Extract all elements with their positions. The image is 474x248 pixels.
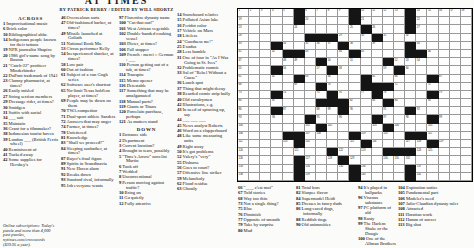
grid-cell[interactable]: 42 (271, 50, 282, 58)
grid-cell[interactable]: 135 (338, 165, 349, 173)
grid-cell[interactable]: 48 (283, 58, 294, 66)
grid-cell[interactable] (260, 58, 271, 66)
grid-cell[interactable]: 59 (383, 66, 394, 74)
grid-cell[interactable] (461, 173, 472, 181)
grid-cell[interactable] (461, 91, 472, 99)
grid-cell[interactable] (450, 107, 461, 115)
grid-cell[interactable] (461, 83, 472, 91)
grid-cell[interactable] (260, 34, 271, 42)
grid-cell[interactable] (427, 173, 438, 181)
grid-cell[interactable] (283, 83, 294, 91)
grid-cell[interactable] (416, 124, 427, 132)
grid-cell[interactable] (294, 124, 305, 132)
grid-cell[interactable]: 46 (427, 50, 438, 58)
grid-cell[interactable] (260, 148, 271, 156)
grid-cell[interactable] (405, 83, 416, 91)
grid-cell[interactable] (450, 25, 461, 33)
grid-cell[interactable] (260, 115, 271, 123)
crossword-grid[interactable]: 1234567891011121314151617181920212223242… (237, 8, 473, 182)
grid-cell[interactable] (260, 75, 271, 83)
grid-cell[interactable] (249, 173, 260, 181)
grid-cell[interactable] (283, 165, 294, 173)
grid-cell[interactable] (439, 66, 450, 74)
grid-cell[interactable] (461, 34, 472, 42)
grid-cell[interactable]: 133 (238, 165, 249, 173)
grid-cell[interactable] (327, 50, 338, 58)
grid-cell[interactable] (439, 132, 450, 140)
grid-cell[interactable] (439, 50, 450, 58)
grid-cell[interactable] (294, 99, 305, 107)
grid-cell[interactable]: 62 (271, 75, 282, 83)
grid-cell[interactable] (439, 165, 450, 173)
grid-cell[interactable] (372, 148, 383, 156)
grid-cell[interactable]: 4 (271, 9, 282, 17)
grid-cell[interactable]: 53 (405, 58, 416, 66)
grid-cell[interactable]: 27 (416, 25, 427, 33)
grid-cell[interactable] (383, 42, 394, 50)
grid-cell[interactable]: 108 (316, 132, 327, 140)
grid-cell[interactable] (405, 91, 416, 99)
grid-cell[interactable] (249, 148, 260, 156)
grid-cell[interactable] (361, 107, 372, 115)
grid-cell[interactable]: 22 (416, 17, 427, 25)
grid-cell[interactable] (327, 132, 338, 140)
grid-cell[interactable] (439, 42, 450, 50)
grid-cell[interactable] (361, 156, 372, 164)
grid-cell[interactable] (294, 107, 305, 115)
grid-cell[interactable] (271, 156, 282, 164)
grid-cell[interactable] (450, 132, 461, 140)
grid-cell[interactable] (461, 115, 472, 123)
grid-cell[interactable] (283, 17, 294, 25)
grid-cell[interactable] (416, 115, 427, 123)
grid-cell[interactable] (427, 107, 438, 115)
grid-cell[interactable] (338, 58, 349, 66)
grid-cell[interactable]: 123 (361, 148, 372, 156)
grid-cell[interactable] (383, 75, 394, 83)
grid-cell[interactable] (439, 17, 450, 25)
grid-cell[interactable] (427, 25, 438, 33)
grid-cell[interactable] (372, 132, 383, 140)
grid-cell[interactable]: 141 (416, 173, 427, 181)
grid-cell[interactable]: 81 (271, 99, 282, 107)
grid-cell[interactable]: 128 (327, 156, 338, 164)
grid-cell[interactable] (249, 42, 260, 50)
grid-cell[interactable] (260, 132, 271, 140)
grid-cell[interactable]: 37 (327, 42, 338, 50)
grid-cell[interactable] (405, 75, 416, 83)
grid-cell[interactable] (305, 107, 316, 115)
grid-cell[interactable]: 92 (416, 107, 427, 115)
grid-cell[interactable]: 32 (405, 34, 416, 42)
grid-cell[interactable] (283, 173, 294, 181)
grid-cell[interactable] (439, 25, 450, 33)
grid-cell[interactable]: 61 (238, 75, 249, 83)
grid-cell[interactable]: 122 (338, 148, 349, 156)
grid-cell[interactable]: 125 (427, 148, 438, 156)
grid-cell[interactable]: 131 (394, 156, 405, 164)
grid-cell[interactable] (461, 156, 472, 164)
grid-cell[interactable]: 17 (450, 9, 461, 17)
grid-cell[interactable] (361, 66, 372, 74)
grid-cell[interactable] (461, 140, 472, 148)
grid-cell[interactable]: 28 (238, 34, 249, 42)
grid-cell[interactable] (271, 148, 282, 156)
grid-cell[interactable] (249, 17, 260, 25)
grid-cell[interactable]: 130 (383, 156, 394, 164)
grid-cell[interactable] (416, 34, 427, 42)
grid-cell[interactable] (416, 99, 427, 107)
grid-cell[interactable] (372, 66, 383, 74)
grid-cell[interactable] (271, 25, 282, 33)
grid-cell[interactable] (439, 99, 450, 107)
grid-cell[interactable]: 15 (427, 9, 438, 17)
grid-cell[interactable]: 39 (372, 42, 383, 50)
grid-cell[interactable] (283, 156, 294, 164)
grid-cell[interactable]: 111 (427, 132, 438, 140)
grid-cell[interactable]: 30 (361, 34, 372, 42)
grid-cell[interactable] (394, 140, 405, 148)
grid-cell[interactable] (349, 124, 360, 132)
grid-cell[interactable]: 51 (349, 58, 360, 66)
grid-cell[interactable] (383, 25, 394, 33)
grid-cell[interactable] (416, 91, 427, 99)
grid-cell[interactable] (316, 173, 327, 181)
grid-cell[interactable] (405, 99, 416, 107)
grid-cell[interactable]: 12 (383, 9, 394, 17)
grid-cell[interactable] (450, 148, 461, 156)
grid-cell[interactable] (327, 140, 338, 148)
grid-cell[interactable] (271, 124, 282, 132)
grid-cell[interactable]: 24 (294, 25, 305, 33)
grid-cell[interactable]: 2 (249, 9, 260, 17)
grid-cell[interactable] (372, 156, 383, 164)
grid-cell[interactable] (394, 115, 405, 123)
grid-cell[interactable] (450, 34, 461, 42)
grid-cell[interactable] (271, 165, 282, 173)
grid-cell[interactable] (427, 156, 438, 164)
grid-cell[interactable]: 11 (372, 9, 383, 17)
grid-cell[interactable]: 84 (394, 99, 405, 107)
grid-cell[interactable]: 139 (305, 173, 316, 181)
grid-cell[interactable] (260, 140, 271, 148)
grid-cell[interactable] (260, 107, 271, 115)
grid-cell[interactable] (283, 124, 294, 132)
grid-cell[interactable] (427, 42, 438, 50)
grid-cell[interactable] (249, 91, 260, 99)
grid-cell[interactable]: 79 (439, 91, 450, 99)
grid-cell[interactable]: 63 (305, 75, 316, 83)
grid-cell[interactable]: 54 (416, 58, 427, 66)
grid-cell[interactable] (349, 83, 360, 91)
grid-cell[interactable] (349, 75, 360, 83)
grid-cell[interactable] (294, 66, 305, 74)
grid-cell[interactable] (338, 132, 349, 140)
grid-cell[interactable]: 31 (383, 34, 394, 42)
grid-cell[interactable]: 34 (283, 42, 294, 50)
grid-cell[interactable] (249, 50, 260, 58)
grid-cell[interactable] (439, 156, 450, 164)
grid-cell[interactable]: 70 (327, 83, 338, 91)
grid-cell[interactable]: 64 (327, 75, 338, 83)
grid-cell[interactable] (271, 34, 282, 42)
grid-cell[interactable] (249, 75, 260, 83)
grid-cell[interactable]: 55 (238, 66, 249, 74)
grid-cell[interactable] (316, 156, 327, 164)
grid-cell[interactable] (450, 91, 461, 99)
grid-cell[interactable] (249, 34, 260, 42)
grid-cell[interactable] (294, 42, 305, 50)
grid-cell[interactable]: 3 (260, 9, 271, 17)
grid-cell[interactable] (383, 165, 394, 173)
grid-cell[interactable] (450, 83, 461, 91)
grid-cell[interactable]: 52 (394, 58, 405, 66)
grid-cell[interactable]: 136 (361, 165, 372, 173)
grid-cell[interactable]: 98 (405, 115, 416, 123)
grid-cell[interactable] (361, 124, 372, 132)
grid-cell[interactable] (283, 75, 294, 83)
grid-cell[interactable]: 38 (349, 42, 360, 50)
grid-cell[interactable] (260, 50, 271, 58)
grid-cell[interactable]: 116 (372, 140, 383, 148)
grid-cell[interactable] (450, 66, 461, 74)
grid-cell[interactable] (361, 99, 372, 107)
grid-cell[interactable] (372, 165, 383, 173)
grid-cell[interactable] (394, 34, 405, 42)
grid-cell[interactable]: 117 (405, 140, 416, 148)
grid-cell[interactable] (439, 107, 450, 115)
grid-cell[interactable]: 78 (383, 91, 394, 99)
grid-cell[interactable] (283, 115, 294, 123)
grid-cell[interactable]: 21 (361, 17, 372, 25)
grid-cell[interactable] (427, 58, 438, 66)
grid-cell[interactable]: 106 (238, 132, 249, 140)
grid-cell[interactable] (249, 165, 260, 173)
grid-cell[interactable] (394, 107, 405, 115)
grid-cell[interactable] (394, 165, 405, 173)
grid-cell[interactable] (260, 165, 271, 173)
grid-cell[interactable] (249, 83, 260, 91)
grid-cell[interactable] (361, 42, 372, 50)
grid-cell[interactable]: 121 (294, 148, 305, 156)
grid-cell[interactable] (461, 107, 472, 115)
grid-cell[interactable] (416, 83, 427, 91)
grid-cell[interactable] (316, 75, 327, 83)
grid-cell[interactable]: 88 (316, 107, 327, 115)
grid-cell[interactable]: 90 (349, 107, 360, 115)
grid-cell[interactable] (305, 83, 316, 91)
grid-cell[interactable] (305, 148, 316, 156)
grid-cell[interactable] (316, 50, 327, 58)
grid-cell[interactable] (260, 156, 271, 164)
grid-cell[interactable] (405, 124, 416, 132)
grid-cell[interactable] (316, 140, 327, 148)
grid-cell[interactable] (338, 83, 349, 91)
grid-cell[interactable]: 94 (271, 115, 282, 123)
grid-cell[interactable] (394, 42, 405, 50)
grid-cell[interactable]: 18 (461, 9, 472, 17)
grid-cell[interactable] (394, 50, 405, 58)
grid-cell[interactable]: 127 (305, 156, 316, 164)
grid-cell[interactable] (338, 75, 349, 83)
grid-cell[interactable] (427, 165, 438, 173)
grid-cell[interactable]: 72 (427, 83, 438, 91)
grid-cell[interactable] (450, 165, 461, 173)
grid-cell[interactable]: 113 (283, 140, 294, 148)
grid-cell[interactable]: 99 (439, 115, 450, 123)
grid-cell[interactable] (461, 165, 472, 173)
grid-cell[interactable] (349, 91, 360, 99)
grid-cell[interactable]: 95 (316, 115, 327, 123)
grid-cell[interactable] (461, 58, 472, 66)
grid-cell[interactable]: 50 (327, 58, 338, 66)
grid-cell[interactable] (271, 132, 282, 140)
grid-cell[interactable] (450, 75, 461, 83)
grid-cell[interactable]: 1 (238, 9, 249, 17)
grid-cell[interactable] (294, 91, 305, 99)
grid-cell[interactable]: 56 (283, 66, 294, 74)
grid-cell[interactable] (394, 17, 405, 25)
grid-cell[interactable] (249, 124, 260, 132)
grid-cell[interactable]: 114 (305, 140, 316, 148)
grid-cell[interactable]: 91 (383, 107, 394, 115)
grid-cell[interactable]: 105 (427, 124, 438, 132)
grid-cell[interactable] (249, 58, 260, 66)
grid-cell[interactable]: 65 (372, 75, 383, 83)
grid-cell[interactable] (450, 99, 461, 107)
grid-cell[interactable] (450, 115, 461, 123)
grid-cell[interactable] (249, 107, 260, 115)
grid-cell[interactable]: 107 (305, 132, 316, 140)
grid-cell[interactable] (271, 173, 282, 181)
grid-cell[interactable]: 47 (238, 58, 249, 66)
grid-cell[interactable]: 93 (238, 115, 249, 123)
grid-cell[interactable]: 6 (305, 9, 316, 17)
grid-cell[interactable] (461, 124, 472, 132)
grid-cell[interactable] (327, 173, 338, 181)
grid-cell[interactable]: 129 (349, 156, 360, 164)
grid-cell[interactable]: 83 (372, 99, 383, 107)
grid-cell[interactable] (461, 75, 472, 83)
grid-cell[interactable] (249, 132, 260, 140)
grid-cell[interactable]: 112 (238, 140, 249, 148)
grid-cell[interactable]: 45 (361, 50, 372, 58)
grid-cell[interactable] (427, 66, 438, 74)
grid-cell[interactable]: 33 (238, 42, 249, 50)
grid-cell[interactable]: 67 (439, 75, 450, 83)
grid-cell[interactable] (383, 50, 394, 58)
grid-cell[interactable]: 100 (238, 124, 249, 132)
grid-cell[interactable]: 60 (405, 66, 416, 74)
grid-cell[interactable] (461, 42, 472, 50)
grid-cell[interactable]: 41 (238, 50, 249, 58)
grid-cell[interactable]: 138 (238, 173, 249, 181)
grid-cell[interactable]: 87 (283, 107, 294, 115)
grid-cell[interactable] (461, 25, 472, 33)
grid-cell[interactable]: 124 (416, 148, 427, 156)
grid-cell[interactable] (260, 91, 271, 99)
grid-cell[interactable]: 119 (439, 140, 450, 148)
grid-cell[interactable]: 137 (416, 165, 427, 173)
grid-cell[interactable]: 103 (372, 124, 383, 132)
grid-cell[interactable]: 69 (294, 83, 305, 91)
grid-cell[interactable]: 110 (383, 132, 394, 140)
grid-cell[interactable] (383, 173, 394, 181)
grid-cell[interactable]: 102 (327, 124, 338, 132)
grid-cell[interactable] (260, 25, 271, 33)
grid-cell[interactable]: 57 (316, 66, 327, 74)
grid-cell[interactable] (361, 58, 372, 66)
grid-cell[interactable] (305, 66, 316, 74)
grid-cell[interactable]: 75 (316, 91, 327, 99)
grid-cell[interactable]: 25 (349, 25, 360, 33)
grid-cell[interactable] (260, 42, 271, 50)
grid-cell[interactable] (349, 148, 360, 156)
grid-cell[interactable]: 101 (305, 124, 316, 132)
grid-cell[interactable] (271, 17, 282, 25)
grid-cell[interactable] (349, 115, 360, 123)
grid-cell[interactable] (271, 83, 282, 91)
grid-cell[interactable] (372, 58, 383, 66)
grid-cell[interactable] (383, 17, 394, 25)
grid-cell[interactable]: 58 (338, 66, 349, 74)
grid-cell[interactable]: 85 (427, 99, 438, 107)
grid-cell[interactable] (283, 34, 294, 42)
grid-cell[interactable]: 16 (439, 9, 450, 17)
grid-cell[interactable]: 74 (283, 91, 294, 99)
grid-cell[interactable]: 35 (305, 42, 316, 50)
grid-cell[interactable]: 68 (238, 83, 249, 91)
grid-cell[interactable] (305, 25, 316, 33)
grid-cell[interactable]: 19 (238, 17, 249, 25)
grid-cell[interactable] (461, 17, 472, 25)
grid-cell[interactable]: 9 (338, 9, 349, 17)
grid-cell[interactable]: 14 (416, 9, 427, 17)
grid-cell[interactable]: 120 (238, 148, 249, 156)
grid-cell[interactable]: 76 (338, 91, 349, 99)
grid-cell[interactable] (327, 25, 338, 33)
grid-cell[interactable] (260, 17, 271, 25)
grid-cell[interactable]: 97 (383, 115, 394, 123)
grid-cell[interactable]: 96 (338, 115, 349, 123)
grid-cell[interactable] (372, 173, 383, 181)
grid-cell[interactable] (283, 148, 294, 156)
grid-cell[interactable] (372, 107, 383, 115)
grid-cell[interactable] (461, 132, 472, 140)
grid-cell[interactable] (450, 124, 461, 132)
grid-cell[interactable]: 43 (305, 50, 316, 58)
grid-cell[interactable] (427, 34, 438, 42)
grid-cell[interactable]: 36 (316, 42, 327, 50)
grid-cell[interactable]: 140 (361, 173, 372, 181)
grid-cell[interactable] (283, 25, 294, 33)
grid-cell[interactable]: 132 (405, 156, 416, 164)
grid-cell[interactable]: 73 (238, 91, 249, 99)
grid-cell[interactable] (316, 165, 327, 173)
grid-cell[interactable]: 26 (372, 25, 383, 33)
grid-cell[interactable] (260, 83, 271, 91)
grid-cell[interactable]: 104 (394, 124, 405, 132)
grid-cell[interactable] (372, 17, 383, 25)
grid-cell[interactable]: 8 (327, 9, 338, 17)
grid-cell[interactable] (271, 140, 282, 148)
grid-cell[interactable] (450, 140, 461, 148)
grid-cell[interactable] (249, 25, 260, 33)
grid-cell[interactable]: 49 (294, 58, 305, 66)
grid-cell[interactable] (327, 165, 338, 173)
grid-cell[interactable] (294, 34, 305, 42)
grid-cell[interactable]: 86 (238, 107, 249, 115)
